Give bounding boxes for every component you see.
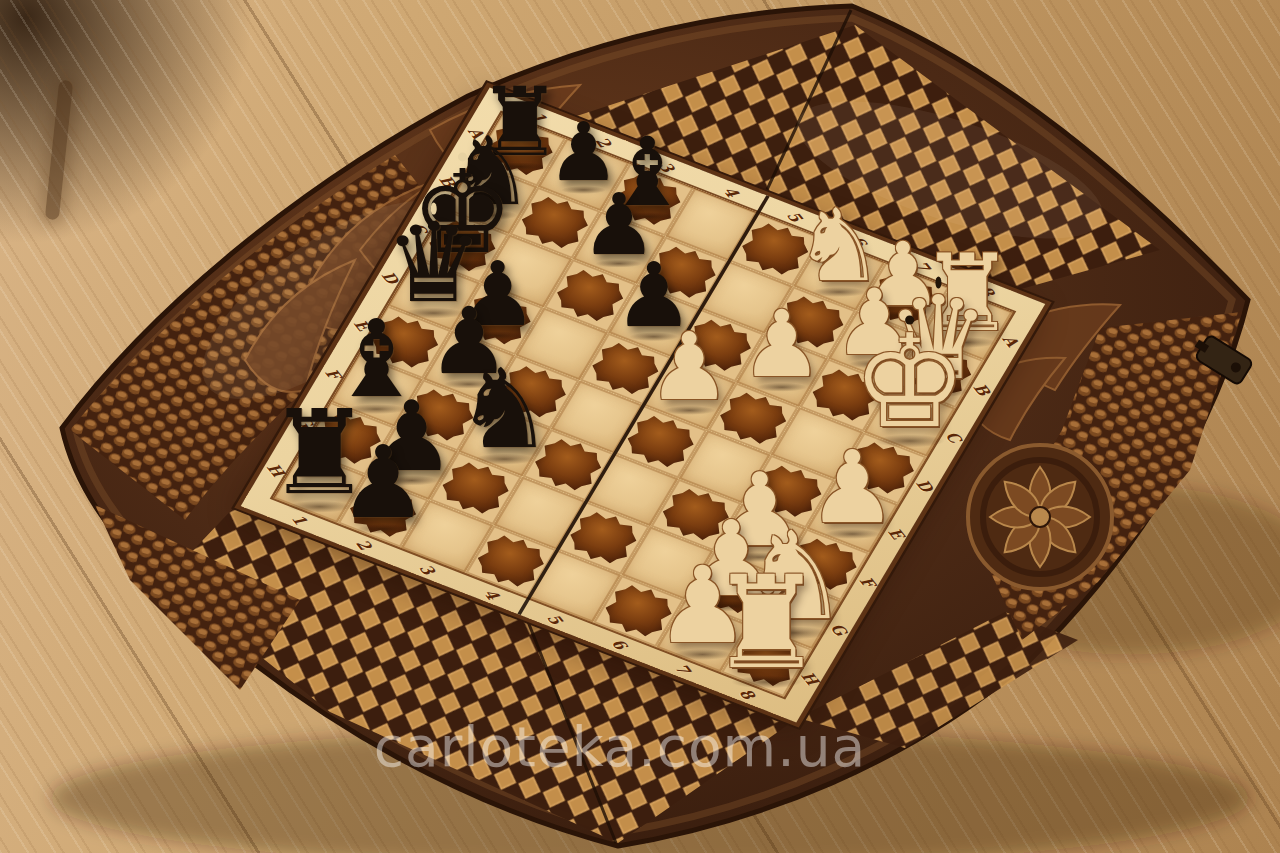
contrast-finial-icon xyxy=(458,153,467,162)
piece-shadow xyxy=(756,383,807,392)
watermark-text: carloteka.com.ua xyxy=(374,715,866,779)
pawn-glyph: ♟ xyxy=(648,321,731,414)
white-rook-h8[interactable]: ♜ xyxy=(709,559,824,687)
white-pawn-c6[interactable]: ♟ xyxy=(741,299,823,391)
piece-shadow xyxy=(474,454,535,465)
white-pawn-d5[interactable]: ♟ xyxy=(648,321,731,414)
photo-scene: 12345678 12345678 ABCDEFGH ABCDEFGH ♜♞♚♛… xyxy=(0,0,1280,853)
black-pawn-h2[interactable]: ♟ xyxy=(338,433,428,533)
contrast-finial-icon xyxy=(935,277,941,289)
piece-shadow xyxy=(731,675,802,688)
white-king-c8[interactable]: ♚ xyxy=(852,318,967,446)
contrast-finial-icon xyxy=(431,203,437,215)
rosette-medallion xyxy=(968,445,1112,589)
pawn-glyph: ♟ xyxy=(741,299,823,391)
king-glyph: ♚ xyxy=(852,318,967,446)
contrast-finial-icon xyxy=(905,316,914,325)
rook-glyph: ♜ xyxy=(709,559,824,687)
knight-glyph: ♞ xyxy=(455,353,554,463)
black-knight-f3[interactable]: ♞ xyxy=(455,353,554,463)
piece-shadow xyxy=(663,406,715,415)
piece-shadow xyxy=(355,524,411,534)
pawn-glyph: ♟ xyxy=(338,433,428,533)
